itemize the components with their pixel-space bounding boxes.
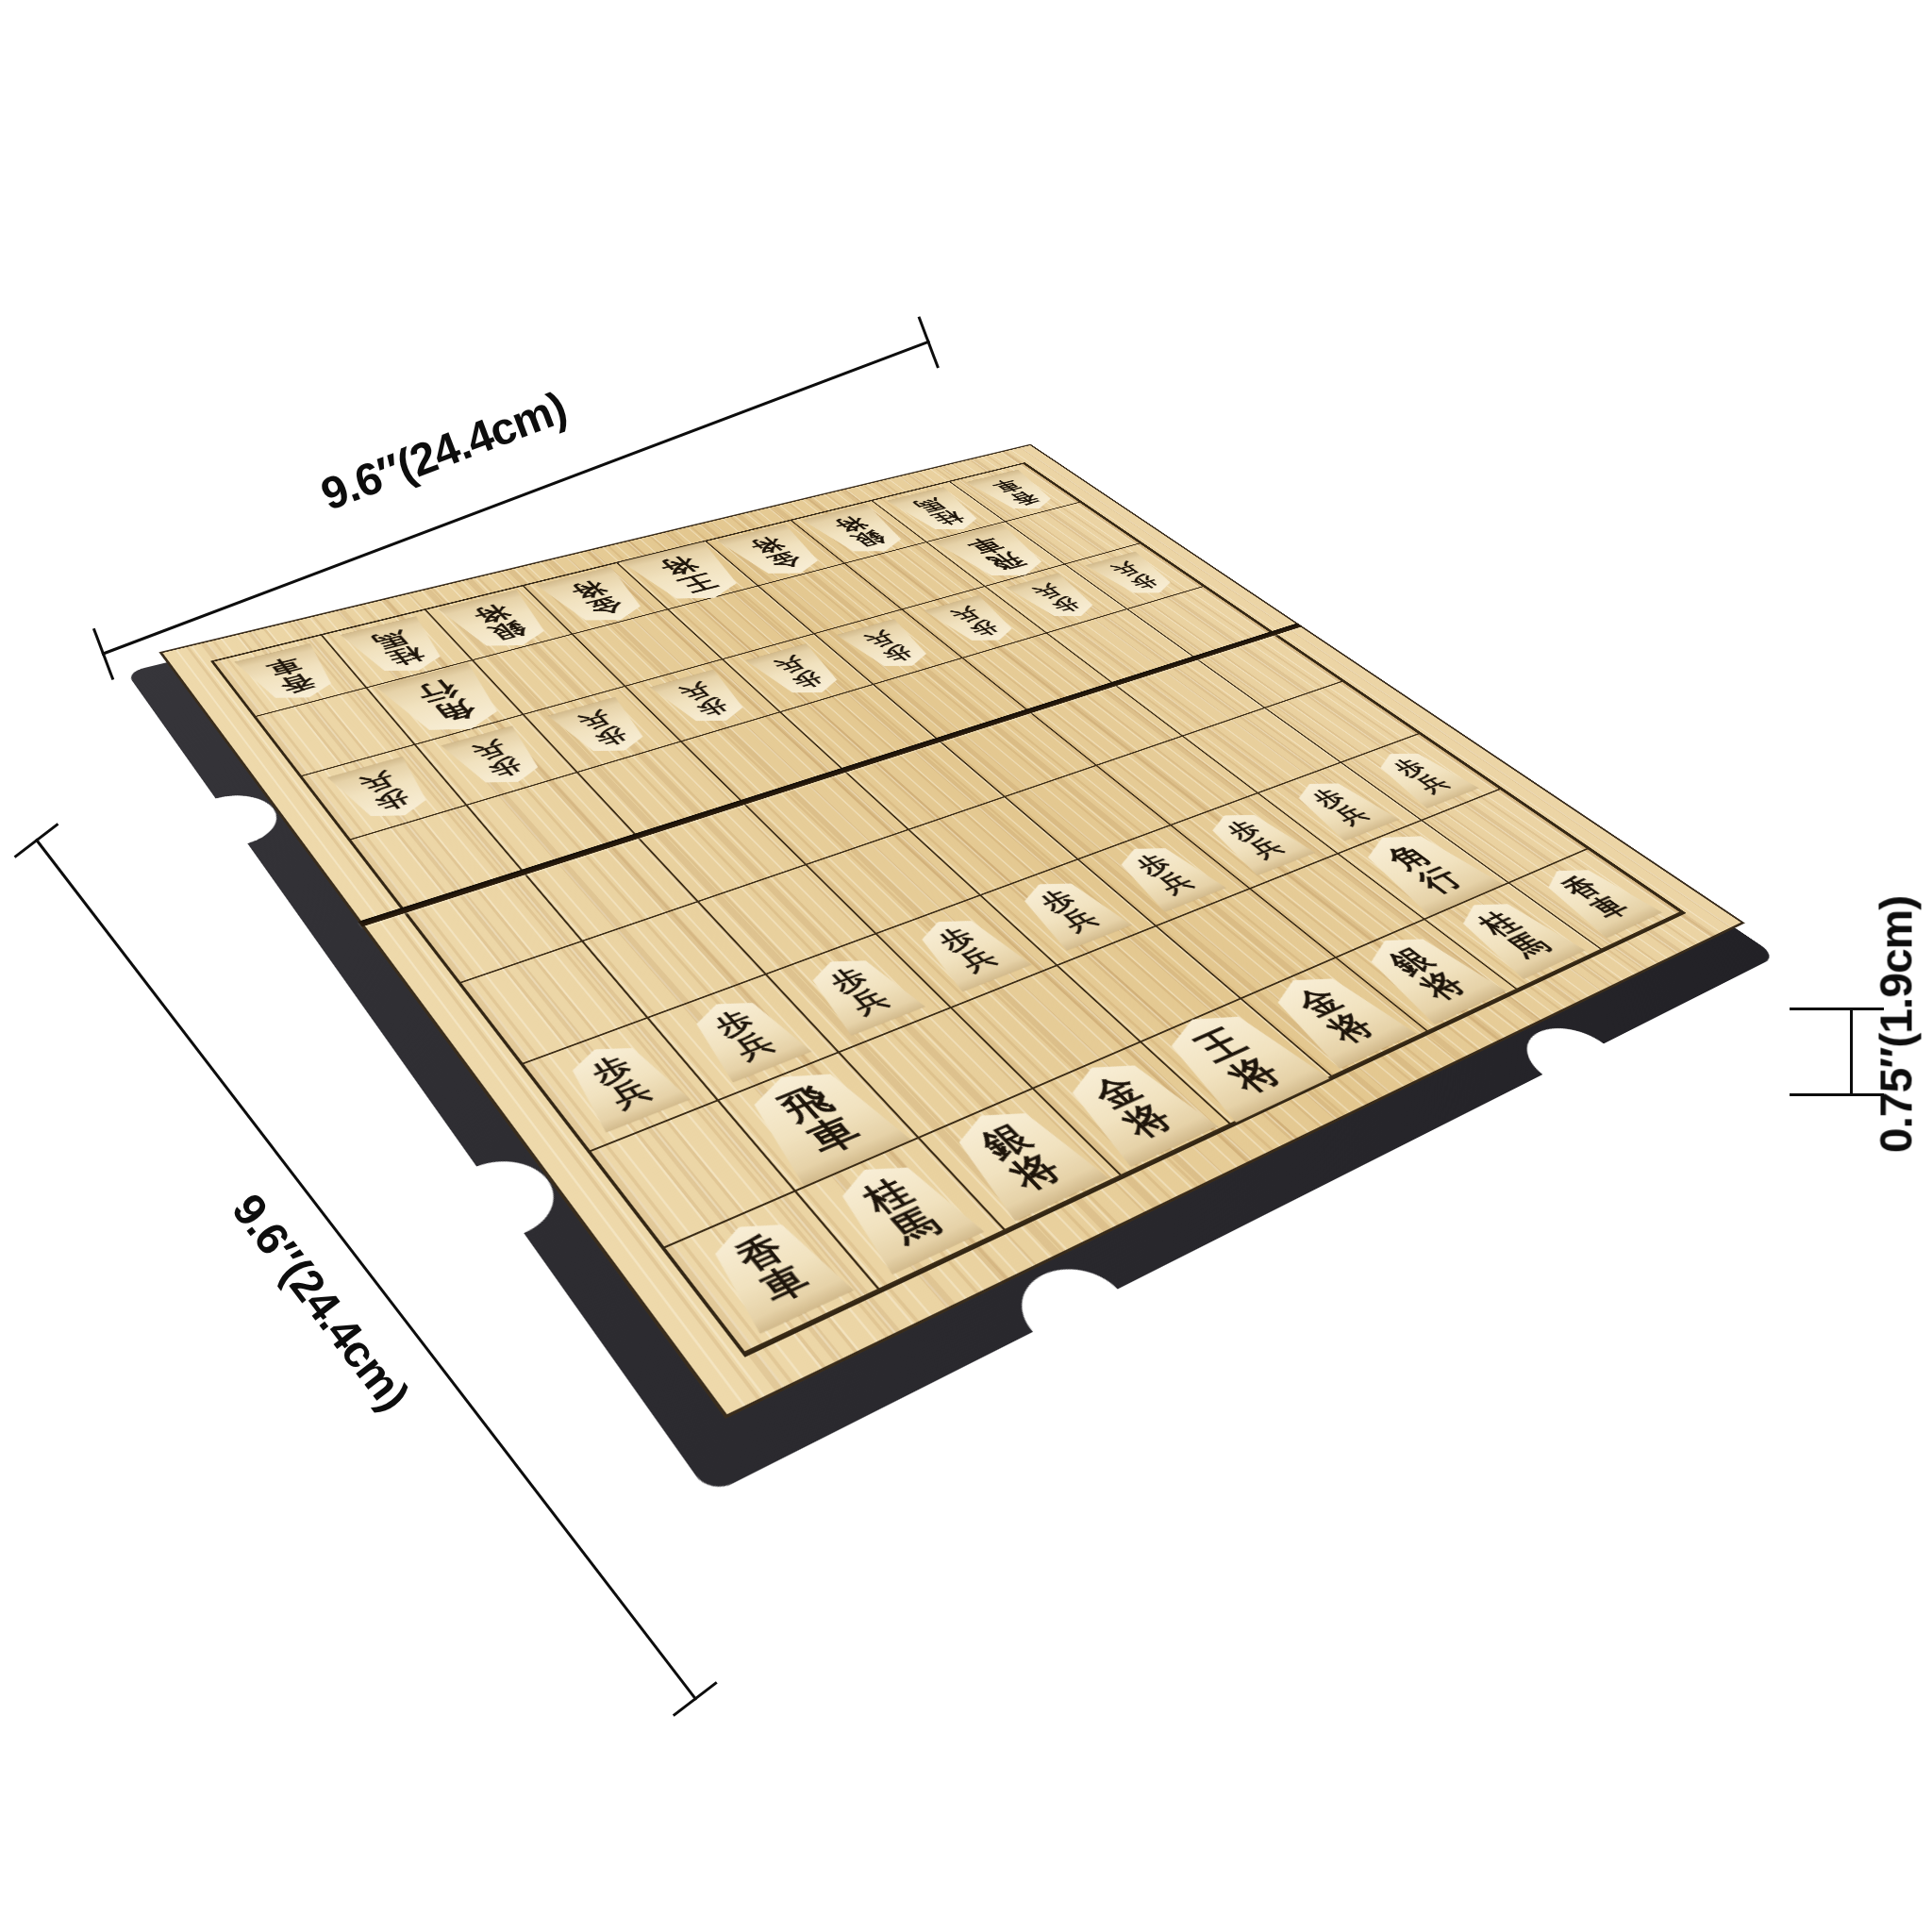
shogi-piece-pawn-3c: 歩兵: [922, 595, 1028, 649]
shogi-piece-knight-8a: 桂馬: [338, 616, 459, 682]
shogi-piece-pawn-1c: 歩兵: [1084, 551, 1187, 601]
piece-kanji: 香: [1006, 490, 1043, 507]
piece-kanji: 将: [1003, 1149, 1069, 1195]
piece-kanji: 角: [428, 697, 481, 726]
finger-notch: [1507, 1018, 1639, 1103]
piece-kanji: 馬: [883, 1203, 946, 1249]
shogi-piece-lance-1a: 香車: [965, 469, 1067, 515]
piece-kanji: 将: [1413, 968, 1472, 1005]
piece-kanji: 兵: [947, 605, 986, 624]
shogi-piece-lance-9a: 香車: [232, 642, 350, 708]
page-background: { "game": "shogi", "product": "Magnetic …: [0, 0, 1932, 1932]
piece-kanji: 歩: [691, 696, 732, 719]
piece-kanji: 将: [468, 602, 515, 625]
piece-kanji: 兵: [1108, 560, 1145, 578]
shogi-piece-rook-2b: 飛車: [931, 523, 1062, 585]
piece-kanji: 将: [1321, 1008, 1381, 1047]
piece-kanji: 兵: [1330, 803, 1374, 827]
piece-kanji: 歩: [964, 619, 1004, 639]
piece-kanji: 銀: [484, 619, 531, 643]
piece-kanji: 車: [989, 478, 1026, 494]
board-perspective-wrapper: 香車桂馬銀将金将王将金将銀将桂馬香車角行飛車歩兵歩兵歩兵歩兵歩兵歩兵歩兵歩兵歩兵…: [0, 0, 1932, 1932]
shogi-piece-pawn-1g: 歩兵: [1362, 743, 1481, 808]
piece-kanji: 兵: [770, 654, 810, 675]
piece-kanji: 桂: [928, 508, 969, 526]
piece-kanji: 行: [1410, 863, 1468, 897]
shogi-piece-king-5a: 王将: [619, 541, 759, 610]
piece-kanji: 将: [1220, 1052, 1287, 1096]
piece-kanji: 車: [262, 655, 306, 678]
piece-kanji: 兵: [1057, 907, 1105, 936]
piece-kanji: 馬: [1502, 929, 1556, 961]
piece-kanji: 兵: [675, 681, 716, 703]
shogi-piece-silver-7a: 銀将: [436, 590, 565, 657]
piece-kanji: 将: [655, 555, 704, 578]
piece-kanji: 香: [275, 672, 320, 695]
piece-kanji: 兵: [1244, 836, 1290, 862]
piece-kanji: 車: [1585, 893, 1635, 923]
piece-kanji: 将: [1116, 1099, 1180, 1142]
height-dimension-line: [1850, 1008, 1853, 1096]
piece-kanji: 将: [745, 535, 790, 556]
board-surface: 香車桂馬銀将金将王将金将銀将桂馬香車角行飛車歩兵歩兵歩兵歩兵歩兵歩兵歩兵歩兵歩兵…: [158, 444, 1744, 1419]
piece-kanji: 金: [763, 549, 808, 571]
piece-kanji: 兵: [575, 708, 617, 731]
shogi-piece-gold-4a: 金将: [715, 524, 837, 583]
piece-kanji: 歩: [1307, 786, 1351, 810]
piece-kanji: 兵: [1153, 870, 1199, 897]
shogi-piece-pawn-6c: 歩兵: [647, 669, 760, 731]
piece-kanji: 銀: [847, 528, 891, 549]
shogi-piece-pawn-5c: 歩兵: [743, 643, 854, 703]
shogi-piece-pawn-4c: 歩兵: [835, 618, 943, 675]
piece-kanji: 馬: [368, 628, 413, 652]
piece-kanji: 歩: [1125, 573, 1163, 591]
piece-kanji: 行: [411, 677, 464, 706]
shogi-piece-pawn-2c: 歩兵: [1005, 573, 1109, 625]
piece-kanji: 馬: [910, 496, 950, 514]
height-dimension-label: 0.75″(1.9cm): [1871, 896, 1923, 1153]
piece-kanji: 桂: [383, 644, 428, 668]
piece-kanji: 歩: [590, 724, 632, 748]
piece-kanji: 金: [582, 594, 628, 618]
piece-kanji: 飛: [983, 550, 1030, 572]
piece-kanji: 兵: [860, 629, 900, 649]
piece-kanji: 歩: [787, 669, 827, 691]
shogi-piece-knight-2a: 桂馬: [885, 487, 994, 538]
piece-kanji: 歩: [1389, 757, 1431, 780]
shogi-piece-silver-3a: 銀将: [800, 504, 920, 560]
piece-kanji: 歩: [1046, 595, 1085, 614]
piece-kanji: 将: [565, 578, 611, 601]
shogi-piece-gold-6a: 金将: [533, 566, 659, 630]
piece-kanji: 歩: [877, 643, 917, 664]
piece-kanji: 将: [829, 514, 873, 534]
piece-kanji: 兵: [1411, 773, 1455, 796]
piece-kanji: 王: [674, 571, 724, 595]
piece-kanji: 兵: [1029, 582, 1067, 600]
piece-kanji: 車: [963, 535, 1009, 557]
